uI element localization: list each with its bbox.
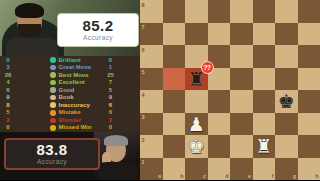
- stat-count-white: 0: [0, 124, 16, 131]
- stat-label: Excellent: [59, 79, 104, 86]
- square-a5[interactable]: 5: [140, 68, 163, 91]
- square-h8[interactable]: [298, 0, 320, 23]
- square-a2[interactable]: 2: [140, 135, 163, 158]
- white-pawn-c3[interactable]: ♟: [185, 113, 208, 136]
- stat-count-black: 25: [104, 72, 118, 79]
- square-g1[interactable]: g: [275, 158, 298, 181]
- stat-count-white: 26: [0, 72, 16, 79]
- square-b1[interactable]: b: [163, 158, 186, 181]
- stat-label: Blunder: [59, 117, 104, 124]
- blunder-icon: [50, 118, 56, 124]
- file-label-a: a: [158, 173, 161, 179]
- stat-count-black: 6: [104, 109, 118, 116]
- player-photo-bottom: [94, 132, 140, 180]
- top-player-torso: [6, 38, 58, 56]
- rank-label-8: 8: [142, 2, 145, 8]
- square-g3[interactable]: [275, 113, 298, 136]
- stat-count-black: 0: [104, 124, 118, 131]
- stat-row-good: 6Good5: [0, 87, 140, 94]
- square-c8[interactable]: [185, 0, 208, 23]
- square-d3[interactable]: [208, 113, 231, 136]
- accuracy-value-top: 85.2: [82, 18, 113, 33]
- square-a7[interactable]: 7: [140, 23, 163, 46]
- square-d2[interactable]: [208, 135, 231, 158]
- book-icon: [50, 95, 56, 101]
- stat-count-white: 5: [0, 109, 16, 116]
- stat-count-black: 2: [104, 117, 118, 124]
- file-label-g: g: [293, 173, 296, 179]
- excellent-icon: [50, 80, 56, 86]
- top-player-beard: [18, 24, 41, 37]
- stat-count-black: 6: [104, 102, 118, 109]
- square-h6[interactable]: [298, 45, 320, 68]
- white-rook-f2[interactable]: ♜: [253, 135, 276, 158]
- stat-row-great-move: 3Great Move1: [0, 64, 140, 71]
- square-g8[interactable]: [275, 0, 298, 23]
- square-e5[interactable]: [230, 68, 253, 91]
- file-label-d: d: [225, 173, 228, 179]
- stat-label: Book: [59, 94, 104, 101]
- game-review-screen: 85.2 Accuracy 0Brilliant03Great Move126B…: [0, 0, 320, 180]
- square-f1[interactable]: f: [253, 158, 276, 181]
- square-d4[interactable]: [208, 90, 231, 113]
- square-c1[interactable]: c: [185, 158, 208, 181]
- square-a4[interactable]: 4: [140, 90, 163, 113]
- stat-count-white: 0: [0, 57, 16, 64]
- rank-label-6: 6: [142, 47, 145, 53]
- stat-count-white: 3: [0, 64, 16, 71]
- stat-label: Good: [59, 87, 104, 94]
- file-label-h: h: [315, 173, 318, 179]
- stat-count-white: 4: [0, 79, 16, 86]
- stat-count-black: 0: [104, 57, 118, 64]
- square-d7[interactable]: [208, 23, 231, 46]
- square-b8[interactable]: [163, 0, 186, 23]
- square-g7[interactable]: [275, 23, 298, 46]
- stat-label: Great Move: [59, 64, 104, 71]
- good-icon: [50, 87, 56, 93]
- rank-label-4: 4: [142, 92, 145, 98]
- square-g5[interactable]: [275, 68, 298, 91]
- stat-count-white: 6: [0, 87, 16, 94]
- square-g6[interactable]: [275, 45, 298, 68]
- square-h5[interactable]: [298, 68, 320, 91]
- accuracy-card-top: 85.2 Accuracy: [57, 13, 139, 47]
- square-e6[interactable]: [230, 45, 253, 68]
- square-g4[interactable]: ♚: [275, 90, 298, 113]
- file-label-f: f: [272, 173, 274, 179]
- move-stats-list: 0Brilliant03Great Move126Best Move254Exc…: [0, 56, 140, 132]
- square-c2[interactable]: ♚: [185, 135, 208, 158]
- square-a3[interactable]: 3: [140, 113, 163, 136]
- stat-count-white: 2: [0, 117, 16, 124]
- chess-board[interactable]: 8765♜4♚3♟2♚♜1abcdefgh??: [140, 0, 320, 180]
- mistake-icon: [50, 110, 56, 116]
- stat-count-black: 7: [104, 79, 118, 86]
- square-h7[interactable]: [298, 23, 320, 46]
- square-h2[interactable]: [298, 135, 320, 158]
- stat-row-blunder: 2Blunder2: [0, 117, 140, 124]
- square-d8[interactable]: [208, 0, 231, 23]
- square-f4[interactable]: [253, 90, 276, 113]
- stat-row-brilliant: 0Brilliant0: [0, 57, 140, 64]
- rank-label-1: 1: [142, 159, 145, 165]
- accuracy-label-top: Accuracy: [83, 35, 113, 42]
- stat-row-best-move: 26Best Move25: [0, 72, 140, 79]
- black-king-g4[interactable]: ♚: [275, 90, 298, 113]
- square-d1[interactable]: d: [208, 158, 231, 181]
- analysis-panel: 85.2 Accuracy 0Brilliant03Great Move126B…: [0, 0, 140, 180]
- square-a6[interactable]: 6: [140, 45, 163, 68]
- square-c7[interactable]: [185, 23, 208, 46]
- square-f2[interactable]: ♜: [253, 135, 276, 158]
- stat-row-missed-win: 0Missed Win0: [0, 124, 140, 131]
- square-b7[interactable]: [163, 23, 186, 46]
- square-f5[interactable]: [253, 68, 276, 91]
- square-f6[interactable]: [253, 45, 276, 68]
- stat-count-black: 5: [104, 87, 118, 94]
- rank-label-7: 7: [142, 24, 145, 30]
- square-h3[interactable]: [298, 113, 320, 136]
- square-h1[interactable]: h: [298, 158, 320, 181]
- missed-win-icon: [50, 125, 56, 131]
- rank-label-3: 3: [142, 114, 145, 120]
- accuracy-card-bottom: 83.8 Accuracy: [4, 138, 100, 170]
- great-move-icon: [50, 65, 56, 71]
- brilliant-icon: [50, 57, 56, 63]
- square-a1[interactable]: 1a: [140, 158, 163, 181]
- file-label-b: b: [180, 173, 183, 179]
- stat-label: Best Move: [59, 72, 104, 79]
- bottom-player-hair: [104, 135, 128, 146]
- square-b6[interactable]: [163, 45, 186, 68]
- square-h4[interactable]: [298, 90, 320, 113]
- square-b4[interactable]: [163, 90, 186, 113]
- square-e1[interactable]: e: [230, 158, 253, 181]
- inaccuracy-icon: [50, 102, 56, 108]
- square-e8[interactable]: [230, 0, 253, 23]
- stat-label: Inaccuracy: [59, 102, 104, 109]
- square-b3[interactable]: [163, 113, 186, 136]
- stat-label: Missed Win: [59, 124, 104, 131]
- square-b5[interactable]: [163, 68, 186, 91]
- square-f3[interactable]: [253, 113, 276, 136]
- square-e7[interactable]: [230, 23, 253, 46]
- square-c3[interactable]: ♟: [185, 113, 208, 136]
- square-e4[interactable]: [230, 90, 253, 113]
- top-player-hair: [15, 3, 44, 18]
- square-c4[interactable]: [185, 90, 208, 113]
- accuracy-value-bottom: 83.8: [36, 142, 67, 157]
- square-a8[interactable]: 8: [140, 0, 163, 23]
- stat-count-white: 8: [0, 102, 16, 109]
- blunder-badge: ??: [201, 61, 214, 74]
- stat-label: Brilliant: [59, 57, 104, 64]
- file-label-c: c: [203, 173, 206, 179]
- stat-row-inaccuracy: 8Inaccuracy6: [0, 102, 140, 109]
- square-f7[interactable]: [253, 23, 276, 46]
- square-g2[interactable]: [275, 135, 298, 158]
- accuracy-label-bottom: Accuracy: [37, 159, 67, 166]
- square-f8[interactable]: [253, 0, 276, 23]
- stat-count-black: 1: [104, 64, 118, 71]
- stat-label: Mistake: [59, 109, 104, 116]
- stat-count-white: 9: [0, 94, 16, 101]
- file-label-e: e: [248, 173, 251, 179]
- square-e3[interactable]: [230, 113, 253, 136]
- square-e2[interactable]: [230, 135, 253, 158]
- rank-label-5: 5: [142, 69, 145, 75]
- stat-row-book: 9Book9: [0, 94, 140, 101]
- best-move-icon: [50, 72, 56, 78]
- bottom-player-torso: [98, 162, 138, 180]
- white-king-c2[interactable]: ♚: [185, 135, 208, 158]
- stat-count-black: 9: [104, 94, 118, 101]
- stat-row-mistake: 5Mistake6: [0, 109, 140, 116]
- rank-label-2: 2: [142, 137, 145, 143]
- stat-row-excellent: 4Excellent7: [0, 79, 140, 86]
- square-b2[interactable]: [163, 135, 186, 158]
